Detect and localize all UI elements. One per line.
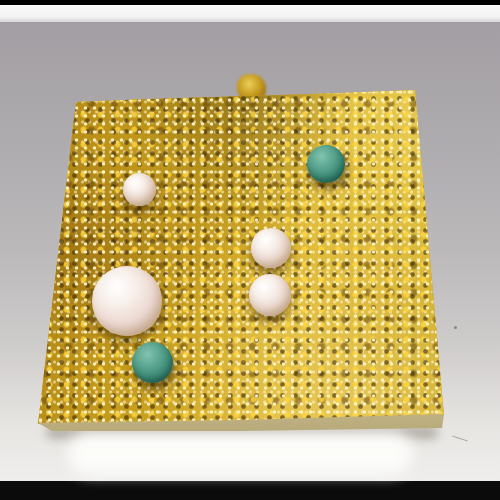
large-pearl-left [92, 266, 162, 336]
pearl-center-upper [251, 228, 291, 268]
turquoise-upper-right [307, 145, 345, 183]
top-black-bar [0, 0, 500, 5]
turquoise-lower-left [132, 342, 173, 383]
small-pearl-upper-left [123, 173, 156, 206]
pearl-center-lower [249, 274, 291, 316]
dust-speck [454, 326, 457, 329]
photo-frame [0, 0, 500, 500]
surface-reflection [68, 431, 413, 475]
top-white-strip [0, 5, 500, 22]
bottom-black-bar [0, 481, 500, 500]
